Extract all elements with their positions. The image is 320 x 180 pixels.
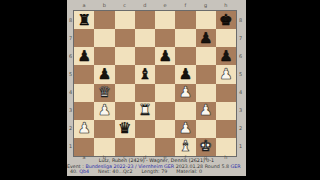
rank-label-right-8: 8 [237, 11, 244, 29]
piece-white-pawn: ♟ [199, 103, 212, 118]
square-g3: ♟ [196, 102, 216, 120]
square-a5 [74, 65, 94, 83]
file-label-top-f: f [175, 2, 195, 9]
square-b7 [94, 29, 114, 47]
file-label-top-a: a [74, 2, 94, 9]
square-f6 [175, 47, 195, 65]
square-c4 [115, 84, 135, 102]
rank-label-left-1: 1 [67, 138, 74, 156]
square-h8: ♚ [216, 11, 236, 29]
square-a2: ♟ [74, 120, 94, 138]
square-d2 [135, 120, 155, 138]
piece-white-bishop: ♝ [179, 139, 192, 154]
event-label: Event : [67, 164, 85, 169]
rank-label-left-4: 4 [67, 84, 74, 102]
game-length: Length: 79 [142, 169, 168, 174]
square-e8 [155, 11, 175, 29]
square-g4 [196, 84, 216, 102]
square-b2 [94, 120, 114, 138]
piece-black-pawn: ♟ [179, 66, 192, 81]
square-d6 [135, 47, 155, 65]
file-label-top-g: g [196, 2, 216, 9]
screenshot-canvas: abcdefgh 87654321 87654321 ♜♚♟♟♟♟♟♝♟♟♛♟♟… [0, 0, 320, 180]
square-c6 [115, 47, 135, 65]
square-g2 [196, 120, 216, 138]
rank-labels-left: 87654321 [67, 11, 74, 156]
piece-white-pawn: ♟ [179, 121, 192, 136]
square-h6: ♟ [216, 47, 236, 65]
piece-black-queen: ♛ [118, 121, 131, 136]
square-b5: ♟ [94, 65, 114, 83]
square-f2: ♟ [175, 120, 195, 138]
rank-label-right-2: 2 [237, 120, 244, 138]
file-labels-top: abcdefgh [74, 2, 236, 9]
piece-black-pawn: ♟ [199, 30, 212, 45]
rank-label-left-6: 6 [67, 47, 74, 65]
square-e6: ♟ [155, 47, 175, 65]
rank-label-right-6: 6 [237, 47, 244, 65]
file-label-top-b: b [94, 2, 114, 9]
square-g6 [196, 47, 216, 65]
square-b4: ♛ [94, 84, 114, 102]
rank-label-right-3: 3 [237, 102, 244, 120]
caption-footer: Lutz, Ruben (2429) - Wagner, Dennis (262… [67, 158, 246, 174]
rank-label-right-1: 1 [237, 138, 244, 156]
material-balance: Material: 0 [176, 169, 202, 174]
file-label-top-e: e [155, 2, 175, 9]
piece-white-pawn: ♟ [219, 66, 232, 81]
event-round: Round 5.8 [205, 164, 231, 169]
piece-white-queen: ♛ [98, 85, 111, 100]
rank-label-left-3: 3 [67, 102, 74, 120]
piece-white-king: ♚ [199, 139, 212, 154]
square-e4 [155, 84, 175, 102]
rank-label-left-5: 5 [67, 65, 74, 83]
square-d8 [135, 11, 155, 29]
square-f8 [175, 11, 195, 29]
square-h7 [216, 29, 236, 47]
square-d7 [135, 29, 155, 47]
file-label-top-d: d [135, 2, 155, 9]
square-e3 [155, 102, 175, 120]
event-line: Event : Bundesliga 2022-23 / Viernheim G… [67, 164, 246, 169]
piece-black-bishop: ♝ [138, 66, 151, 81]
square-g5 [196, 65, 216, 83]
players-line: Lutz, Ruben (2429) - Wagner, Dennis (262… [67, 158, 246, 163]
square-c7 [115, 29, 135, 47]
square-d3: ♜ [135, 102, 155, 120]
square-h5: ♟ [216, 65, 236, 83]
square-a6: ♟ [74, 47, 94, 65]
piece-white-pawn: ♟ [98, 103, 111, 118]
rank-label-left-8: 8 [67, 11, 74, 29]
square-e2 [155, 120, 175, 138]
piece-black-pawn: ♟ [158, 48, 171, 63]
square-d5: ♝ [135, 65, 155, 83]
rank-label-left-7: 7 [67, 29, 74, 47]
square-e7 [155, 29, 175, 47]
square-d4 [135, 84, 155, 102]
status-line: 40. Qb4 Next: 40...Qc2 Length: 79 Materi… [67, 169, 246, 174]
piece-white-pawn: ♟ [179, 85, 192, 100]
square-g7: ♟ [196, 29, 216, 47]
square-b6 [94, 47, 114, 65]
square-c3 [115, 102, 135, 120]
square-b8 [94, 11, 114, 29]
square-a3 [74, 102, 94, 120]
rank-label-left-2: 2 [67, 120, 74, 138]
square-f4: ♟ [175, 84, 195, 102]
square-c2: ♛ [115, 120, 135, 138]
rank-labels-right: 87654321 [237, 11, 244, 156]
piece-black-pawn: ♟ [77, 48, 90, 63]
piece-black-rook: ♜ [77, 12, 90, 27]
square-c8 [115, 11, 135, 29]
last-move: 40. Qb4 [70, 169, 89, 174]
square-h3 [216, 102, 236, 120]
square-h2 [216, 120, 236, 138]
square-f5: ♟ [175, 65, 195, 83]
rank-label-right-4: 4 [237, 84, 244, 102]
chess-board: ♜♚♟♟♟♟♟♝♟♟♛♟♟♜♟♟♛♟♝♚ [74, 11, 236, 156]
event-federation: GER [231, 164, 241, 169]
piece-white-rook: ♜ [138, 103, 151, 118]
square-e5 [155, 65, 175, 83]
square-c5 [115, 65, 135, 83]
piece-black-king: ♚ [219, 12, 232, 27]
rank-label-right-5: 5 [237, 65, 244, 83]
piece-black-pawn: ♟ [219, 48, 232, 63]
square-f3 [175, 102, 195, 120]
next-move: Next: 40...Qc2 [98, 169, 132, 174]
event-value: Bundesliga 2022-23 / Viernheim GER [85, 164, 174, 169]
rank-label-right-7: 7 [237, 29, 244, 47]
square-a7 [74, 29, 94, 47]
file-label-top-c: c [115, 2, 135, 9]
piece-black-pawn: ♟ [98, 66, 111, 81]
square-f7 [175, 29, 195, 47]
square-b3: ♟ [94, 102, 114, 120]
square-h4 [216, 84, 236, 102]
event-date: 2023.01.28 [174, 164, 205, 169]
piece-white-pawn: ♟ [77, 121, 90, 136]
square-a8: ♜ [74, 11, 94, 29]
square-a4 [74, 84, 94, 102]
file-label-top-h: h [216, 2, 236, 9]
square-g8 [196, 11, 216, 29]
